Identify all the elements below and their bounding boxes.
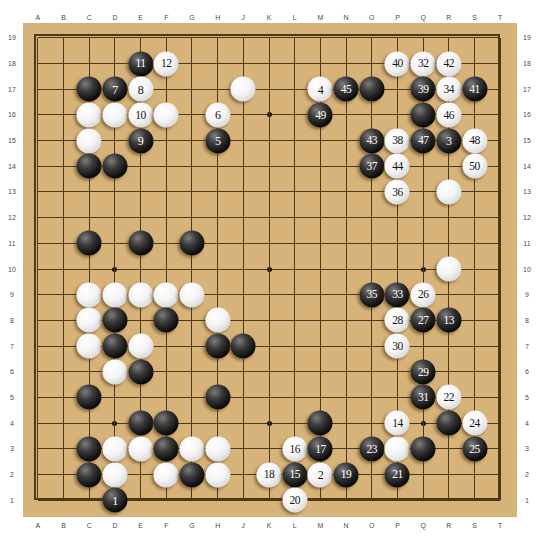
intersection-G12[interactable]	[179, 205, 205, 231]
intersection-J14[interactable]	[231, 153, 257, 179]
intersection-P13[interactable]: 36	[385, 179, 411, 205]
intersection-O5[interactable]	[359, 385, 385, 411]
intersection-Q10[interactable]	[410, 256, 436, 282]
intersection-G2[interactable]	[179, 462, 205, 488]
intersection-L12[interactable]	[282, 205, 308, 231]
intersection-B5[interactable]	[51, 385, 77, 411]
intersection-Q4[interactable]	[410, 410, 436, 436]
intersection-N4[interactable]	[333, 410, 359, 436]
intersection-F8[interactable]	[153, 308, 179, 334]
intersection-P11[interactable]	[385, 231, 411, 257]
intersection-Q2[interactable]	[410, 462, 436, 488]
intersection-R15[interactable]: 3	[436, 128, 462, 154]
intersection-P9[interactable]: 33	[385, 282, 411, 308]
intersection-T8[interactable]	[487, 308, 513, 334]
intersection-Q11[interactable]	[410, 231, 436, 257]
intersection-F15[interactable]	[153, 128, 179, 154]
intersection-S8[interactable]	[462, 308, 488, 334]
intersection-O18[interactable]	[359, 51, 385, 77]
intersection-O4[interactable]	[359, 410, 385, 436]
intersection-K9[interactable]	[256, 282, 282, 308]
intersection-M13[interactable]	[308, 179, 334, 205]
intersection-T3[interactable]	[487, 436, 513, 462]
intersection-H16[interactable]: 6	[205, 102, 231, 128]
intersection-L9[interactable]	[282, 282, 308, 308]
intersection-S6[interactable]	[462, 359, 488, 385]
intersection-A6[interactable]	[25, 359, 51, 385]
intersection-G6[interactable]	[179, 359, 205, 385]
intersection-O17[interactable]	[359, 76, 385, 102]
intersection-C2[interactable]	[76, 462, 102, 488]
intersection-G7[interactable]	[179, 333, 205, 359]
intersection-L14[interactable]	[282, 153, 308, 179]
intersection-N3[interactable]	[333, 436, 359, 462]
intersection-L7[interactable]	[282, 333, 308, 359]
intersection-T19[interactable]	[487, 25, 513, 51]
intersection-G5[interactable]	[179, 385, 205, 411]
intersection-K18[interactable]	[256, 51, 282, 77]
intersection-P14[interactable]: 44	[385, 153, 411, 179]
intersection-G19[interactable]	[179, 25, 205, 51]
intersection-G10[interactable]	[179, 256, 205, 282]
intersection-T12[interactable]	[487, 205, 513, 231]
intersection-J7[interactable]	[231, 333, 257, 359]
intersection-P18[interactable]: 40	[385, 51, 411, 77]
intersection-G11[interactable]	[179, 231, 205, 257]
intersection-Q8[interactable]: 27	[410, 308, 436, 334]
intersection-A7[interactable]	[25, 333, 51, 359]
intersection-T5[interactable]	[487, 385, 513, 411]
intersection-M14[interactable]	[308, 153, 334, 179]
intersection-J16[interactable]	[231, 102, 257, 128]
intersection-G8[interactable]	[179, 308, 205, 334]
intersection-O15[interactable]: 43	[359, 128, 385, 154]
intersection-E17[interactable]: 8	[128, 76, 154, 102]
intersection-N8[interactable]	[333, 308, 359, 334]
intersection-B9[interactable]	[51, 282, 77, 308]
intersection-L3[interactable]: 16	[282, 436, 308, 462]
intersection-L6[interactable]	[282, 359, 308, 385]
intersection-K8[interactable]	[256, 308, 282, 334]
intersection-S10[interactable]	[462, 256, 488, 282]
intersection-B17[interactable]	[51, 76, 77, 102]
intersection-C1[interactable]	[76, 487, 102, 513]
intersection-S3[interactable]: 25	[462, 436, 488, 462]
intersection-T7[interactable]	[487, 333, 513, 359]
intersection-O7[interactable]	[359, 333, 385, 359]
intersection-A8[interactable]	[25, 308, 51, 334]
intersection-K11[interactable]	[256, 231, 282, 257]
intersection-P8[interactable]: 28	[385, 308, 411, 334]
intersection-F10[interactable]	[153, 256, 179, 282]
intersection-N17[interactable]: 45	[333, 76, 359, 102]
intersection-B16[interactable]	[51, 102, 77, 128]
intersection-N1[interactable]	[333, 487, 359, 513]
intersection-Q1[interactable]	[410, 487, 436, 513]
intersection-J12[interactable]	[231, 205, 257, 231]
intersection-M5[interactable]	[308, 385, 334, 411]
intersection-H19[interactable]	[205, 25, 231, 51]
intersection-F13[interactable]	[153, 179, 179, 205]
intersection-N14[interactable]	[333, 153, 359, 179]
intersection-M3[interactable]: 17	[308, 436, 334, 462]
intersection-R14[interactable]	[436, 153, 462, 179]
intersection-O10[interactable]	[359, 256, 385, 282]
intersection-C11[interactable]	[76, 231, 102, 257]
intersection-P2[interactable]: 21	[385, 462, 411, 488]
intersection-C9[interactable]	[76, 282, 102, 308]
intersection-A3[interactable]	[25, 436, 51, 462]
intersection-P19[interactable]	[385, 25, 411, 51]
intersection-A14[interactable]	[25, 153, 51, 179]
intersection-M16[interactable]: 49	[308, 102, 334, 128]
intersection-G18[interactable]	[179, 51, 205, 77]
intersection-T15[interactable]	[487, 128, 513, 154]
intersection-L5[interactable]	[282, 385, 308, 411]
intersection-K17[interactable]	[256, 76, 282, 102]
intersection-H2[interactable]	[205, 462, 231, 488]
intersection-D18[interactable]	[102, 51, 128, 77]
intersection-F12[interactable]	[153, 205, 179, 231]
intersection-Q3[interactable]	[410, 436, 436, 462]
intersection-N5[interactable]	[333, 385, 359, 411]
intersection-E6[interactable]	[128, 359, 154, 385]
intersection-Q5[interactable]: 31	[410, 385, 436, 411]
intersection-L1[interactable]: 20	[282, 487, 308, 513]
intersection-Q17[interactable]: 39	[410, 76, 436, 102]
intersection-P3[interactable]	[385, 436, 411, 462]
intersection-M6[interactable]	[308, 359, 334, 385]
intersection-E1[interactable]	[128, 487, 154, 513]
intersection-B14[interactable]	[51, 153, 77, 179]
intersection-S9[interactable]	[462, 282, 488, 308]
intersection-S2[interactable]	[462, 462, 488, 488]
intersection-H18[interactable]	[205, 51, 231, 77]
intersection-E13[interactable]	[128, 179, 154, 205]
intersection-K12[interactable]	[256, 205, 282, 231]
intersection-R19[interactable]	[436, 25, 462, 51]
intersection-A13[interactable]	[25, 179, 51, 205]
intersection-Q15[interactable]: 47	[410, 128, 436, 154]
intersection-Q12[interactable]	[410, 205, 436, 231]
intersection-T14[interactable]	[487, 153, 513, 179]
intersection-S13[interactable]	[462, 179, 488, 205]
intersection-C17[interactable]	[76, 76, 102, 102]
intersection-R1[interactable]	[436, 487, 462, 513]
intersection-T16[interactable]	[487, 102, 513, 128]
intersection-T6[interactable]	[487, 359, 513, 385]
intersection-P5[interactable]	[385, 385, 411, 411]
intersection-S19[interactable]	[462, 25, 488, 51]
intersection-M15[interactable]	[308, 128, 334, 154]
intersection-K19[interactable]	[256, 25, 282, 51]
intersection-C18[interactable]	[76, 51, 102, 77]
intersection-C19[interactable]	[76, 25, 102, 51]
intersection-L18[interactable]	[282, 51, 308, 77]
intersection-O2[interactable]	[359, 462, 385, 488]
intersection-E2[interactable]	[128, 462, 154, 488]
intersection-K16[interactable]	[256, 102, 282, 128]
intersection-K14[interactable]	[256, 153, 282, 179]
intersection-C6[interactable]	[76, 359, 102, 385]
intersection-P16[interactable]	[385, 102, 411, 128]
intersection-R18[interactable]: 42	[436, 51, 462, 77]
intersection-S5[interactable]	[462, 385, 488, 411]
intersection-E14[interactable]	[128, 153, 154, 179]
intersection-S7[interactable]	[462, 333, 488, 359]
intersection-N7[interactable]	[333, 333, 359, 359]
intersection-G14[interactable]	[179, 153, 205, 179]
intersection-M19[interactable]	[308, 25, 334, 51]
intersection-J13[interactable]	[231, 179, 257, 205]
intersection-N15[interactable]	[333, 128, 359, 154]
intersection-E12[interactable]	[128, 205, 154, 231]
intersection-R5[interactable]: 22	[436, 385, 462, 411]
intersection-O16[interactable]	[359, 102, 385, 128]
intersection-G3[interactable]	[179, 436, 205, 462]
intersection-A12[interactable]	[25, 205, 51, 231]
intersection-S18[interactable]	[462, 51, 488, 77]
intersection-K15[interactable]	[256, 128, 282, 154]
intersection-A9[interactable]	[25, 282, 51, 308]
intersection-H14[interactable]	[205, 153, 231, 179]
intersection-K13[interactable]	[256, 179, 282, 205]
intersection-A5[interactable]	[25, 385, 51, 411]
intersection-G9[interactable]	[179, 282, 205, 308]
intersection-O9[interactable]: 35	[359, 282, 385, 308]
intersection-H12[interactable]	[205, 205, 231, 231]
intersection-A4[interactable]	[25, 410, 51, 436]
intersection-D5[interactable]	[102, 385, 128, 411]
intersection-R9[interactable]	[436, 282, 462, 308]
intersection-R7[interactable]	[436, 333, 462, 359]
intersection-L19[interactable]	[282, 25, 308, 51]
intersection-L16[interactable]	[282, 102, 308, 128]
intersection-B6[interactable]	[51, 359, 77, 385]
intersection-J10[interactable]	[231, 256, 257, 282]
intersection-E9[interactable]	[128, 282, 154, 308]
intersection-J6[interactable]	[231, 359, 257, 385]
intersection-M18[interactable]	[308, 51, 334, 77]
intersection-S12[interactable]	[462, 205, 488, 231]
intersection-T11[interactable]	[487, 231, 513, 257]
intersection-O8[interactable]	[359, 308, 385, 334]
intersection-C15[interactable]	[76, 128, 102, 154]
intersection-J17[interactable]	[231, 76, 257, 102]
intersection-M7[interactable]	[308, 333, 334, 359]
intersection-B2[interactable]	[51, 462, 77, 488]
intersection-C5[interactable]	[76, 385, 102, 411]
intersection-J4[interactable]	[231, 410, 257, 436]
intersection-A17[interactable]	[25, 76, 51, 102]
intersection-S11[interactable]	[462, 231, 488, 257]
intersection-C8[interactable]	[76, 308, 102, 334]
intersection-E8[interactable]	[128, 308, 154, 334]
intersection-T1[interactable]	[487, 487, 513, 513]
intersection-L2[interactable]: 15	[282, 462, 308, 488]
intersection-R8[interactable]: 13	[436, 308, 462, 334]
intersection-H5[interactable]	[205, 385, 231, 411]
intersection-L13[interactable]	[282, 179, 308, 205]
intersection-R17[interactable]: 34	[436, 76, 462, 102]
intersection-F11[interactable]	[153, 231, 179, 257]
intersection-E3[interactable]	[128, 436, 154, 462]
intersection-E18[interactable]: 11	[128, 51, 154, 77]
intersection-D6[interactable]	[102, 359, 128, 385]
intersection-E7[interactable]	[128, 333, 154, 359]
intersection-D9[interactable]	[102, 282, 128, 308]
intersection-H3[interactable]	[205, 436, 231, 462]
intersection-A2[interactable]	[25, 462, 51, 488]
intersection-K1[interactable]	[256, 487, 282, 513]
intersection-P4[interactable]: 14	[385, 410, 411, 436]
intersection-L11[interactable]	[282, 231, 308, 257]
intersection-C7[interactable]	[76, 333, 102, 359]
intersection-P7[interactable]: 30	[385, 333, 411, 359]
intersection-A15[interactable]	[25, 128, 51, 154]
intersection-G13[interactable]	[179, 179, 205, 205]
intersection-M8[interactable]	[308, 308, 334, 334]
intersection-K2[interactable]: 18	[256, 462, 282, 488]
intersection-E11[interactable]	[128, 231, 154, 257]
intersection-B8[interactable]	[51, 308, 77, 334]
intersection-E19[interactable]	[128, 25, 154, 51]
intersection-H13[interactable]	[205, 179, 231, 205]
intersection-P17[interactable]	[385, 76, 411, 102]
intersection-K7[interactable]	[256, 333, 282, 359]
intersection-B18[interactable]	[51, 51, 77, 77]
intersection-M10[interactable]	[308, 256, 334, 282]
intersection-N6[interactable]	[333, 359, 359, 385]
intersection-B10[interactable]	[51, 256, 77, 282]
intersection-E5[interactable]	[128, 385, 154, 411]
intersection-D11[interactable]	[102, 231, 128, 257]
intersection-B1[interactable]	[51, 487, 77, 513]
intersection-N16[interactable]	[333, 102, 359, 128]
intersection-F17[interactable]	[153, 76, 179, 102]
intersection-O12[interactable]	[359, 205, 385, 231]
intersection-K3[interactable]	[256, 436, 282, 462]
intersection-F6[interactable]	[153, 359, 179, 385]
intersection-F18[interactable]: 12	[153, 51, 179, 77]
intersection-C3[interactable]	[76, 436, 102, 462]
intersection-H17[interactable]	[205, 76, 231, 102]
intersection-O6[interactable]	[359, 359, 385, 385]
intersection-L10[interactable]	[282, 256, 308, 282]
intersection-O3[interactable]: 23	[359, 436, 385, 462]
intersection-O1[interactable]	[359, 487, 385, 513]
intersection-N12[interactable]	[333, 205, 359, 231]
intersection-D4[interactable]	[102, 410, 128, 436]
intersection-R6[interactable]	[436, 359, 462, 385]
intersection-J3[interactable]	[231, 436, 257, 462]
intersection-G1[interactable]	[179, 487, 205, 513]
intersection-B12[interactable]	[51, 205, 77, 231]
intersection-M11[interactable]	[308, 231, 334, 257]
intersection-D1[interactable]: 1	[102, 487, 128, 513]
intersection-S14[interactable]: 50	[462, 153, 488, 179]
intersection-D2[interactable]	[102, 462, 128, 488]
intersection-C12[interactable]	[76, 205, 102, 231]
intersection-S15[interactable]: 48	[462, 128, 488, 154]
intersection-H10[interactable]	[205, 256, 231, 282]
intersection-L17[interactable]	[282, 76, 308, 102]
intersection-O14[interactable]: 37	[359, 153, 385, 179]
intersection-A1[interactable]	[25, 487, 51, 513]
intersection-F2[interactable]	[153, 462, 179, 488]
intersection-P1[interactable]	[385, 487, 411, 513]
intersection-M9[interactable]	[308, 282, 334, 308]
intersection-L8[interactable]	[282, 308, 308, 334]
intersection-B3[interactable]	[51, 436, 77, 462]
intersection-B15[interactable]	[51, 128, 77, 154]
intersection-T2[interactable]	[487, 462, 513, 488]
intersection-N9[interactable]	[333, 282, 359, 308]
intersection-G4[interactable]	[179, 410, 205, 436]
intersection-A11[interactable]	[25, 231, 51, 257]
intersection-Q18[interactable]: 32	[410, 51, 436, 77]
intersection-O11[interactable]	[359, 231, 385, 257]
intersection-S16[interactable]	[462, 102, 488, 128]
intersection-S1[interactable]	[462, 487, 488, 513]
intersection-E16[interactable]: 10	[128, 102, 154, 128]
intersection-Q13[interactable]	[410, 179, 436, 205]
intersection-J2[interactable]	[231, 462, 257, 488]
intersection-C4[interactable]	[76, 410, 102, 436]
intersection-A19[interactable]	[25, 25, 51, 51]
intersection-N13[interactable]	[333, 179, 359, 205]
intersection-F16[interactable]	[153, 102, 179, 128]
intersection-P15[interactable]: 38	[385, 128, 411, 154]
intersection-F7[interactable]	[153, 333, 179, 359]
intersection-J5[interactable]	[231, 385, 257, 411]
intersection-C13[interactable]	[76, 179, 102, 205]
intersection-J15[interactable]	[231, 128, 257, 154]
intersection-T13[interactable]	[487, 179, 513, 205]
intersection-Q19[interactable]	[410, 25, 436, 51]
intersection-B11[interactable]	[51, 231, 77, 257]
intersection-Q14[interactable]	[410, 153, 436, 179]
intersection-C16[interactable]	[76, 102, 102, 128]
intersection-O19[interactable]	[359, 25, 385, 51]
intersection-Q9[interactable]: 26	[410, 282, 436, 308]
intersection-E15[interactable]: 9	[128, 128, 154, 154]
intersection-A16[interactable]	[25, 102, 51, 128]
intersection-H8[interactable]	[205, 308, 231, 334]
intersection-F3[interactable]	[153, 436, 179, 462]
intersection-D3[interactable]	[102, 436, 128, 462]
intersection-D8[interactable]	[102, 308, 128, 334]
intersection-Q6[interactable]: 29	[410, 359, 436, 385]
intersection-J19[interactable]	[231, 25, 257, 51]
intersection-F5[interactable]	[153, 385, 179, 411]
intersection-D19[interactable]	[102, 25, 128, 51]
intersection-R16[interactable]: 46	[436, 102, 462, 128]
intersection-R12[interactable]	[436, 205, 462, 231]
intersection-T17[interactable]	[487, 76, 513, 102]
intersection-D17[interactable]: 7	[102, 76, 128, 102]
intersection-B19[interactable]	[51, 25, 77, 51]
intersection-K10[interactable]	[256, 256, 282, 282]
intersection-K5[interactable]	[256, 385, 282, 411]
intersection-F9[interactable]	[153, 282, 179, 308]
intersection-F4[interactable]	[153, 410, 179, 436]
intersection-L15[interactable]	[282, 128, 308, 154]
intersection-N11[interactable]	[333, 231, 359, 257]
intersection-Q7[interactable]	[410, 333, 436, 359]
intersection-J8[interactable]	[231, 308, 257, 334]
intersection-E10[interactable]	[128, 256, 154, 282]
